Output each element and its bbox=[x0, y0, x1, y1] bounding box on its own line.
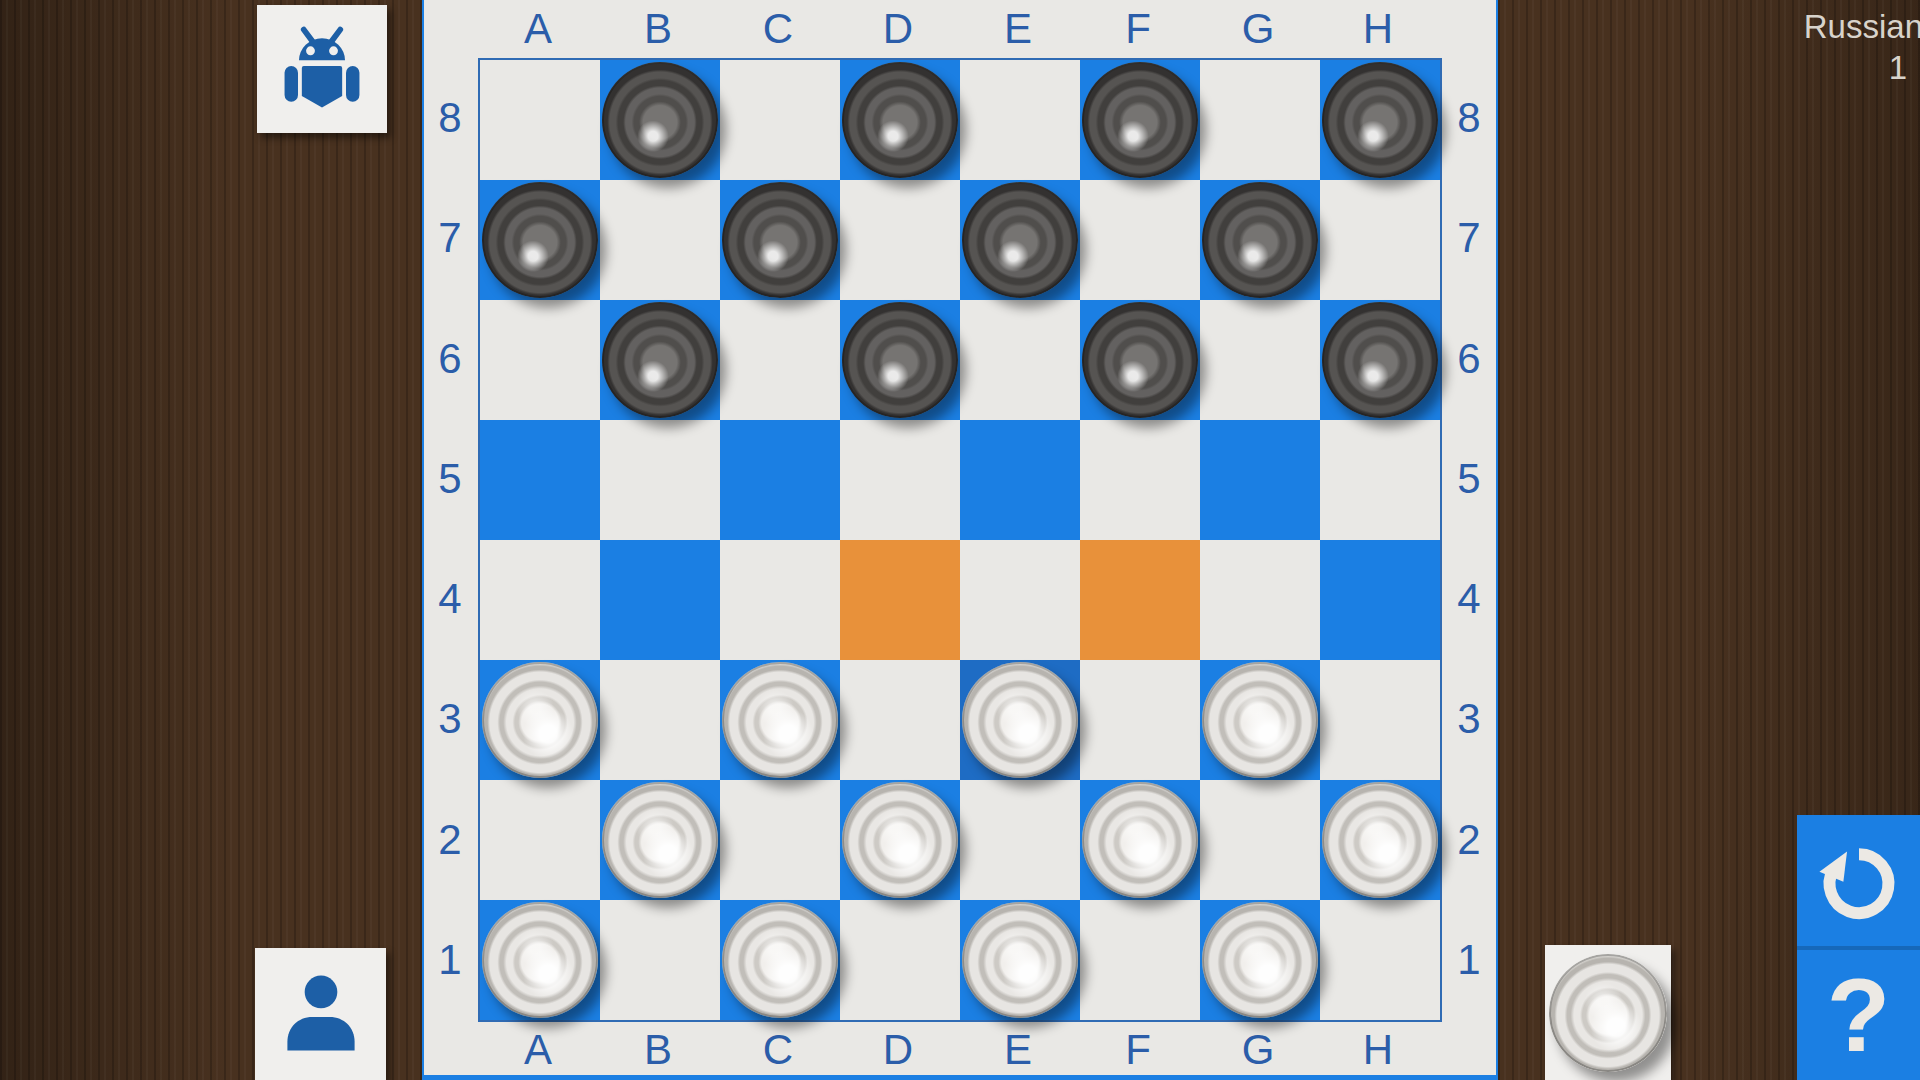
square-c1[interactable] bbox=[720, 900, 840, 1020]
move-number: 1 bbox=[1804, 47, 1907, 88]
file-labels-top: ABCDEFGH bbox=[478, 0, 1442, 58]
file-label-bottom-d: D bbox=[838, 1020, 958, 1080]
square-d2[interactable] bbox=[840, 780, 960, 900]
black-man-a7[interactable] bbox=[482, 182, 598, 298]
square-d5 bbox=[840, 420, 960, 540]
square-f5 bbox=[1080, 420, 1200, 540]
file-label-top-d: D bbox=[838, 0, 958, 58]
square-d8[interactable] bbox=[840, 60, 960, 180]
question-mark-icon: ? bbox=[1827, 963, 1891, 1067]
square-a4 bbox=[480, 540, 600, 660]
black-man-e7[interactable] bbox=[962, 182, 1078, 298]
square-c6 bbox=[720, 300, 840, 420]
app-background: ABCDEFGH ABCDEFGH 87654321 87654321 bbox=[0, 0, 1920, 1080]
square-b3 bbox=[600, 660, 720, 780]
file-labels-bottom: ABCDEFGH bbox=[478, 1020, 1442, 1080]
rank-label-right-5: 5 bbox=[1440, 419, 1498, 539]
file-label-bottom-e: E bbox=[958, 1020, 1078, 1080]
square-b2[interactable] bbox=[600, 780, 720, 900]
computer-player-card bbox=[257, 5, 387, 133]
square-b1 bbox=[600, 900, 720, 1020]
square-d3 bbox=[840, 660, 960, 780]
white-man-e3[interactable] bbox=[962, 662, 1078, 778]
square-h4[interactable] bbox=[1320, 540, 1440, 660]
black-man-f6[interactable] bbox=[1082, 302, 1198, 418]
white-man-g1[interactable] bbox=[1202, 902, 1318, 1018]
square-g3[interactable] bbox=[1200, 660, 1320, 780]
turn-indicator-piece bbox=[1549, 954, 1667, 1072]
rank-label-right-6: 6 bbox=[1440, 299, 1498, 419]
game-status: Russian 1 bbox=[1804, 6, 1920, 89]
undo-button[interactable] bbox=[1797, 815, 1920, 946]
square-c5[interactable] bbox=[720, 420, 840, 540]
rank-labels-left: 87654321 bbox=[422, 58, 478, 1020]
white-man-a1[interactable] bbox=[482, 902, 598, 1018]
rank-labels-right: 87654321 bbox=[1440, 58, 1498, 1020]
rank-label-left-2: 2 bbox=[422, 780, 478, 900]
square-e2 bbox=[960, 780, 1080, 900]
black-man-d8[interactable] bbox=[842, 62, 958, 178]
board bbox=[478, 58, 1442, 1022]
human-player-card bbox=[255, 948, 386, 1080]
square-f6[interactable] bbox=[1080, 300, 1200, 420]
square-a1[interactable] bbox=[480, 900, 600, 1020]
square-e3[interactable] bbox=[960, 660, 1080, 780]
square-g1[interactable] bbox=[1200, 900, 1320, 1020]
variant-label: Russian bbox=[1804, 6, 1920, 47]
black-man-c7[interactable] bbox=[722, 182, 838, 298]
square-h6[interactable] bbox=[1320, 300, 1440, 420]
square-h5 bbox=[1320, 420, 1440, 540]
square-a8 bbox=[480, 60, 600, 180]
white-man-h2[interactable] bbox=[1322, 782, 1438, 898]
square-f1 bbox=[1080, 900, 1200, 1020]
rank-label-left-6: 6 bbox=[422, 299, 478, 419]
person-icon bbox=[273, 966, 369, 1062]
square-e6 bbox=[960, 300, 1080, 420]
square-f7 bbox=[1080, 180, 1200, 300]
square-a6 bbox=[480, 300, 600, 420]
black-man-g7[interactable] bbox=[1202, 182, 1318, 298]
square-f3 bbox=[1080, 660, 1200, 780]
file-label-top-g: G bbox=[1198, 0, 1318, 58]
square-f2[interactable] bbox=[1080, 780, 1200, 900]
file-label-top-b: B bbox=[598, 0, 718, 58]
file-label-top-h: H bbox=[1318, 0, 1438, 58]
square-h2[interactable] bbox=[1320, 780, 1440, 900]
rank-label-left-7: 7 bbox=[422, 178, 478, 298]
square-e5[interactable] bbox=[960, 420, 1080, 540]
help-button[interactable]: ? bbox=[1797, 946, 1920, 1080]
file-label-top-e: E bbox=[958, 0, 1078, 58]
square-b6[interactable] bbox=[600, 300, 720, 420]
white-man-f2[interactable] bbox=[1082, 782, 1198, 898]
file-label-bottom-f: F bbox=[1078, 1020, 1198, 1080]
square-b5 bbox=[600, 420, 720, 540]
square-h1 bbox=[1320, 900, 1440, 1020]
file-label-top-f: F bbox=[1078, 0, 1198, 58]
turn-indicator-card bbox=[1545, 945, 1671, 1080]
file-label-bottom-c: C bbox=[718, 1020, 838, 1080]
square-a3[interactable] bbox=[480, 660, 600, 780]
file-label-bottom-a: A bbox=[478, 1020, 598, 1080]
square-g5[interactable] bbox=[1200, 420, 1320, 540]
rank-label-left-3: 3 bbox=[422, 659, 478, 779]
file-label-top-c: C bbox=[718, 0, 838, 58]
square-d7 bbox=[840, 180, 960, 300]
file-label-bottom-b: B bbox=[598, 1020, 718, 1080]
square-e8 bbox=[960, 60, 1080, 180]
square-d6[interactable] bbox=[840, 300, 960, 420]
rank-label-left-4: 4 bbox=[422, 539, 478, 659]
white-man-e1[interactable] bbox=[962, 902, 1078, 1018]
square-d4[interactable] bbox=[840, 540, 960, 660]
square-h8[interactable] bbox=[1320, 60, 1440, 180]
square-e1[interactable] bbox=[960, 900, 1080, 1020]
file-label-top-a: A bbox=[478, 0, 598, 58]
white-man-a3[interactable] bbox=[482, 662, 598, 778]
square-h3 bbox=[1320, 660, 1440, 780]
rank-label-right-8: 8 bbox=[1440, 58, 1498, 178]
square-c2 bbox=[720, 780, 840, 900]
black-man-h8[interactable] bbox=[1322, 62, 1438, 178]
file-label-bottom-h: H bbox=[1318, 1020, 1438, 1080]
undo-circular-arrow-icon bbox=[1813, 834, 1905, 926]
control-panel: ? bbox=[1797, 815, 1920, 1080]
square-c8 bbox=[720, 60, 840, 180]
square-b4[interactable] bbox=[600, 540, 720, 660]
square-a2 bbox=[480, 780, 600, 900]
rank-label-right-2: 2 bbox=[1440, 780, 1498, 900]
rank-label-right-7: 7 bbox=[1440, 178, 1498, 298]
square-c7[interactable] bbox=[720, 180, 840, 300]
white-man-d2[interactable] bbox=[842, 782, 958, 898]
square-c3[interactable] bbox=[720, 660, 840, 780]
rank-label-left-5: 5 bbox=[422, 419, 478, 539]
square-h7 bbox=[1320, 180, 1440, 300]
square-b7 bbox=[600, 180, 720, 300]
black-man-h6[interactable] bbox=[1322, 302, 1438, 418]
square-f4[interactable] bbox=[1080, 540, 1200, 660]
black-man-f8[interactable] bbox=[1082, 62, 1198, 178]
rank-label-left-1: 1 bbox=[422, 900, 478, 1020]
square-e7[interactable] bbox=[960, 180, 1080, 300]
white-man-c3[interactable] bbox=[722, 662, 838, 778]
rank-label-right-1: 1 bbox=[1440, 900, 1498, 1020]
android-robot-icon bbox=[274, 21, 370, 117]
square-a7[interactable] bbox=[480, 180, 600, 300]
square-g6 bbox=[1200, 300, 1320, 420]
black-man-b6[interactable] bbox=[602, 302, 718, 418]
square-d1 bbox=[840, 900, 960, 1020]
black-man-d6[interactable] bbox=[842, 302, 958, 418]
black-man-b8[interactable] bbox=[602, 62, 718, 178]
square-g2 bbox=[1200, 780, 1320, 900]
square-g4 bbox=[1200, 540, 1320, 660]
square-c4 bbox=[720, 540, 840, 660]
rank-label-right-3: 3 bbox=[1440, 659, 1498, 779]
file-label-bottom-g: G bbox=[1198, 1020, 1318, 1080]
square-a5[interactable] bbox=[480, 420, 600, 540]
square-g8 bbox=[1200, 60, 1320, 180]
square-e4 bbox=[960, 540, 1080, 660]
white-man-b2[interactable] bbox=[602, 782, 718, 898]
rank-label-left-8: 8 bbox=[422, 58, 478, 178]
rank-label-right-4: 4 bbox=[1440, 539, 1498, 659]
white-man-c1[interactable] bbox=[722, 902, 838, 1018]
square-b8[interactable] bbox=[600, 60, 720, 180]
square-f8[interactable] bbox=[1080, 60, 1200, 180]
white-man-g3[interactable] bbox=[1202, 662, 1318, 778]
square-g7[interactable] bbox=[1200, 180, 1320, 300]
